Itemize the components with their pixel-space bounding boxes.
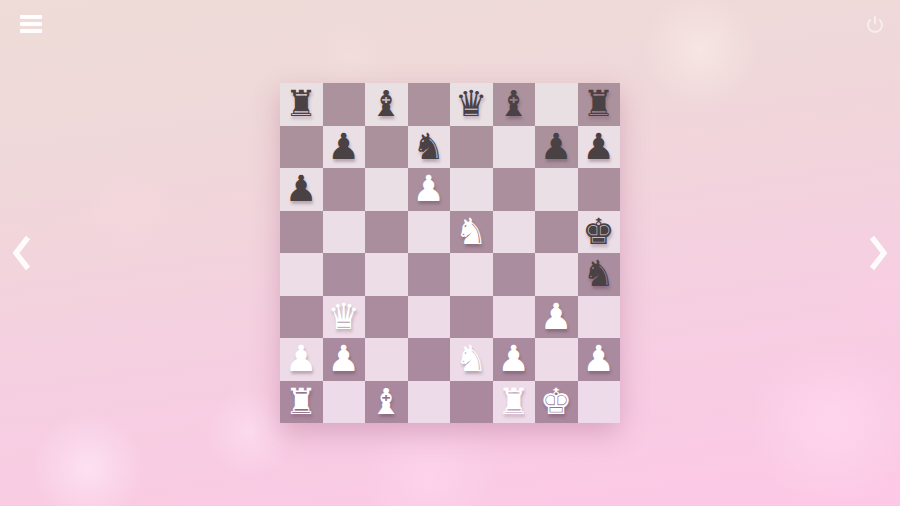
square-b6[interactable] [323,168,366,211]
piece-white-knight[interactable]: ♞ [455,214,487,250]
chess-board[interactable]: ♜♝♛♝♜♟♞♟♟♟♟♞♚♞♛♟♟♟♞♟♟♜♝♜♚ [280,83,620,423]
previous-puzzle-button[interactable] [11,235,32,272]
piece-white-pawn[interactable]: ♟ [285,341,317,377]
square-a6[interactable]: ♟ [280,168,323,211]
square-h1[interactable] [578,381,621,424]
square-g1[interactable]: ♚ [535,381,578,424]
square-a4[interactable] [280,253,323,296]
square-d4[interactable] [408,253,451,296]
piece-black-rook[interactable]: ♜ [583,86,615,122]
square-a5[interactable] [280,211,323,254]
square-c1[interactable]: ♝ [365,381,408,424]
square-c7[interactable] [365,126,408,169]
square-d1[interactable] [408,381,451,424]
square-f6[interactable] [493,168,536,211]
piece-white-pawn[interactable]: ♟ [498,341,530,377]
square-a1[interactable]: ♜ [280,381,323,424]
next-puzzle-button[interactable] [868,235,889,272]
square-e1[interactable] [450,381,493,424]
square-c6[interactable] [365,168,408,211]
piece-black-pawn[interactable]: ♟ [328,129,360,165]
square-b8[interactable] [323,83,366,126]
square-g6[interactable] [535,168,578,211]
square-e4[interactable] [450,253,493,296]
piece-white-pawn[interactable]: ♟ [328,341,360,377]
piece-black-bishop[interactable]: ♝ [498,86,530,122]
square-c2[interactable] [365,338,408,381]
piece-black-king[interactable]: ♚ [583,214,615,250]
piece-white-rook[interactable]: ♜ [285,384,317,420]
piece-white-pawn[interactable]: ♟ [540,299,572,335]
square-a7[interactable] [280,126,323,169]
square-d2[interactable] [408,338,451,381]
hamburger-icon [20,15,42,19]
piece-black-queen[interactable]: ♛ [455,86,487,122]
square-e8[interactable]: ♛ [450,83,493,126]
menu-button[interactable] [20,15,42,33]
piece-black-rook[interactable]: ♜ [285,86,317,122]
power-icon [864,14,886,36]
square-e6[interactable] [450,168,493,211]
square-d6[interactable]: ♟ [408,168,451,211]
square-a2[interactable]: ♟ [280,338,323,381]
square-b2[interactable]: ♟ [323,338,366,381]
square-c5[interactable] [365,211,408,254]
square-e7[interactable] [450,126,493,169]
square-d3[interactable] [408,296,451,339]
piece-white-knight[interactable]: ♞ [455,341,487,377]
square-f7[interactable] [493,126,536,169]
square-f1[interactable]: ♜ [493,381,536,424]
piece-black-bishop[interactable]: ♝ [370,86,402,122]
piece-white-rook[interactable]: ♜ [498,384,530,420]
square-g2[interactable] [535,338,578,381]
square-b3[interactable]: ♛ [323,296,366,339]
square-c3[interactable] [365,296,408,339]
piece-black-knight[interactable]: ♞ [413,129,445,165]
square-a3[interactable] [280,296,323,339]
piece-black-pawn[interactable]: ♟ [285,171,317,207]
square-g8[interactable] [535,83,578,126]
piece-black-knight[interactable]: ♞ [583,256,615,292]
square-h7[interactable]: ♟ [578,126,621,169]
piece-black-pawn[interactable]: ♟ [583,129,615,165]
square-d7[interactable]: ♞ [408,126,451,169]
square-h3[interactable] [578,296,621,339]
piece-white-bishop[interactable]: ♝ [370,384,402,420]
square-f8[interactable]: ♝ [493,83,536,126]
square-b1[interactable] [323,381,366,424]
square-e5[interactable]: ♞ [450,211,493,254]
square-h5[interactable]: ♚ [578,211,621,254]
piece-white-pawn[interactable]: ♟ [583,341,615,377]
square-d8[interactable] [408,83,451,126]
square-f3[interactable] [493,296,536,339]
app-window: ♜♝♛♝♜♟♞♟♟♟♟♞♚♞♛♟♟♟♞♟♟♜♝♜♚ [0,0,900,506]
square-f2[interactable]: ♟ [493,338,536,381]
square-h6[interactable] [578,168,621,211]
square-h8[interactable]: ♜ [578,83,621,126]
square-g5[interactable] [535,211,578,254]
square-f4[interactable] [493,253,536,296]
square-g7[interactable]: ♟ [535,126,578,169]
square-c8[interactable]: ♝ [365,83,408,126]
piece-white-king[interactable]: ♚ [540,384,572,420]
square-g3[interactable]: ♟ [535,296,578,339]
square-b7[interactable]: ♟ [323,126,366,169]
square-a8[interactable]: ♜ [280,83,323,126]
square-h2[interactable]: ♟ [578,338,621,381]
square-h4[interactable]: ♞ [578,253,621,296]
piece-white-pawn[interactable]: ♟ [413,171,445,207]
piece-black-pawn[interactable]: ♟ [540,129,572,165]
chevron-left-icon [11,235,32,272]
square-b4[interactable] [323,253,366,296]
square-f5[interactable] [493,211,536,254]
square-e2[interactable]: ♞ [450,338,493,381]
square-g4[interactable] [535,253,578,296]
power-button[interactable] [864,14,886,36]
square-c4[interactable] [365,253,408,296]
square-d5[interactable] [408,211,451,254]
square-b5[interactable] [323,211,366,254]
piece-white-queen[interactable]: ♛ [328,299,360,335]
chevron-right-icon [868,235,889,272]
square-e3[interactable] [450,296,493,339]
